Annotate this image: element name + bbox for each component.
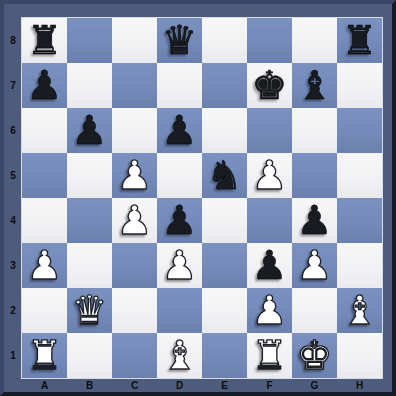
square-d7[interactable] (157, 63, 202, 108)
piece-white-king-g1[interactable]: ♚ (292, 333, 337, 378)
square-g8[interactable] (292, 18, 337, 63)
piece-white-pawn-f5[interactable]: ♟ (247, 153, 292, 198)
square-g1[interactable]: ♚ (292, 333, 337, 378)
piece-white-pawn-f2[interactable]: ♟ (247, 288, 292, 333)
piece-white-pawn-d3[interactable]: ♟ (157, 243, 202, 288)
piece-black-pawn-a7[interactable]: ♟ (22, 63, 67, 108)
piece-black-pawn-g4[interactable]: ♟ (292, 198, 337, 243)
square-e1[interactable] (202, 333, 247, 378)
square-g4[interactable]: ♟ (292, 198, 337, 243)
square-a2[interactable] (22, 288, 67, 333)
square-b1[interactable] (67, 333, 112, 378)
piece-white-pawn-c5[interactable]: ♟ (112, 153, 157, 198)
file-label-f: F (247, 378, 292, 392)
square-f2[interactable]: ♟ (247, 288, 292, 333)
square-h8[interactable]: ♜ (337, 18, 382, 63)
square-b6[interactable]: ♟ (67, 108, 112, 153)
square-a4[interactable] (22, 198, 67, 243)
rank-labels: 87654321 (4, 18, 22, 378)
rank-label-5: 5 (4, 153, 22, 198)
square-g7[interactable]: ♝ (292, 63, 337, 108)
square-a3[interactable]: ♟ (22, 243, 67, 288)
piece-black-pawn-b6[interactable]: ♟ (67, 108, 112, 153)
square-c6[interactable] (112, 108, 157, 153)
square-f6[interactable] (247, 108, 292, 153)
rank-label-4: 4 (4, 198, 22, 243)
square-f5[interactable]: ♟ (247, 153, 292, 198)
chess-board[interactable]: ♜♛♜♟♚♝♟♟♟♞♟♟♟♟♟♟♟♟♛♟♝♜♝♜♚ (22, 18, 382, 378)
piece-black-rook-a8[interactable]: ♜ (22, 18, 67, 63)
square-d5[interactable] (157, 153, 202, 198)
chessboard-widget: 87654321 ♜♛♜♟♚♝♟♟♟♞♟♟♟♟♟♟♟♟♛♟♝♜♝♜♚ ABCDE… (0, 0, 396, 396)
square-a6[interactable] (22, 108, 67, 153)
square-e2[interactable] (202, 288, 247, 333)
square-a5[interactable] (22, 153, 67, 198)
square-d1[interactable]: ♝ (157, 333, 202, 378)
board-frame: 87654321 ♜♛♜♟♚♝♟♟♟♞♟♟♟♟♟♟♟♟♛♟♝♜♝♜♚ ABCDE… (4, 4, 392, 392)
square-g5[interactable] (292, 153, 337, 198)
square-e5[interactable]: ♞ (202, 153, 247, 198)
piece-white-queen-b2[interactable]: ♛ (67, 288, 112, 333)
square-c4[interactable]: ♟ (112, 198, 157, 243)
piece-black-pawn-f3[interactable]: ♟ (247, 243, 292, 288)
square-d4[interactable]: ♟ (157, 198, 202, 243)
square-h6[interactable] (337, 108, 382, 153)
square-c1[interactable] (112, 333, 157, 378)
piece-white-rook-a1[interactable]: ♜ (22, 333, 67, 378)
piece-black-pawn-d6[interactable]: ♟ (157, 108, 202, 153)
square-f7[interactable]: ♚ (247, 63, 292, 108)
square-g6[interactable] (292, 108, 337, 153)
piece-black-knight-e5[interactable]: ♞ (202, 153, 247, 198)
square-b5[interactable] (67, 153, 112, 198)
rank-label-7: 7 (4, 63, 22, 108)
file-label-g: G (292, 378, 337, 392)
square-e7[interactable] (202, 63, 247, 108)
square-d8[interactable]: ♛ (157, 18, 202, 63)
file-label-a: A (22, 378, 67, 392)
square-h4[interactable] (337, 198, 382, 243)
square-h3[interactable] (337, 243, 382, 288)
square-a1[interactable]: ♜ (22, 333, 67, 378)
square-g3[interactable]: ♟ (292, 243, 337, 288)
square-e6[interactable] (202, 108, 247, 153)
file-label-d: D (157, 378, 202, 392)
square-b2[interactable]: ♛ (67, 288, 112, 333)
square-c8[interactable] (112, 18, 157, 63)
square-e3[interactable] (202, 243, 247, 288)
square-b4[interactable] (67, 198, 112, 243)
piece-white-pawn-c4[interactable]: ♟ (112, 198, 157, 243)
piece-black-pawn-d4[interactable]: ♟ (157, 198, 202, 243)
file-label-e: E (202, 378, 247, 392)
rank-label-2: 2 (4, 288, 22, 333)
rank-label-3: 3 (4, 243, 22, 288)
square-b3[interactable] (67, 243, 112, 288)
file-labels: ABCDEFGH (22, 378, 382, 392)
square-f1[interactable]: ♜ (247, 333, 292, 378)
square-h7[interactable] (337, 63, 382, 108)
square-c5[interactable]: ♟ (112, 153, 157, 198)
square-c3[interactable] (112, 243, 157, 288)
piece-white-pawn-a3[interactable]: ♟ (22, 243, 67, 288)
file-label-c: C (112, 378, 157, 392)
square-f8[interactable] (247, 18, 292, 63)
square-d6[interactable]: ♟ (157, 108, 202, 153)
piece-white-bishop-d1[interactable]: ♝ (157, 333, 202, 378)
square-f4[interactable] (247, 198, 292, 243)
square-c7[interactable] (112, 63, 157, 108)
square-b7[interactable] (67, 63, 112, 108)
square-e4[interactable] (202, 198, 247, 243)
square-f3[interactable]: ♟ (247, 243, 292, 288)
square-g2[interactable] (292, 288, 337, 333)
piece-black-bishop-g7[interactable]: ♝ (292, 63, 337, 108)
rank-label-8: 8 (4, 18, 22, 63)
piece-white-pawn-g3[interactable]: ♟ (292, 243, 337, 288)
piece-black-king-f7[interactable]: ♚ (247, 63, 292, 108)
square-h1[interactable] (337, 333, 382, 378)
square-c2[interactable] (112, 288, 157, 333)
square-a8[interactable]: ♜ (22, 18, 67, 63)
square-d2[interactable] (157, 288, 202, 333)
piece-black-queen-d8[interactable]: ♛ (157, 18, 202, 63)
square-a7[interactable]: ♟ (22, 63, 67, 108)
piece-white-rook-f1[interactable]: ♜ (247, 333, 292, 378)
file-label-h: H (337, 378, 382, 392)
piece-white-bishop-h2[interactable]: ♝ (337, 288, 382, 333)
square-e8[interactable] (202, 18, 247, 63)
square-h5[interactable] (337, 153, 382, 198)
square-b8[interactable] (67, 18, 112, 63)
file-label-b: B (67, 378, 112, 392)
rank-label-1: 1 (4, 333, 22, 378)
square-h2[interactable]: ♝ (337, 288, 382, 333)
square-d3[interactable]: ♟ (157, 243, 202, 288)
piece-black-rook-h8[interactable]: ♜ (337, 18, 382, 63)
rank-label-6: 6 (4, 108, 22, 153)
